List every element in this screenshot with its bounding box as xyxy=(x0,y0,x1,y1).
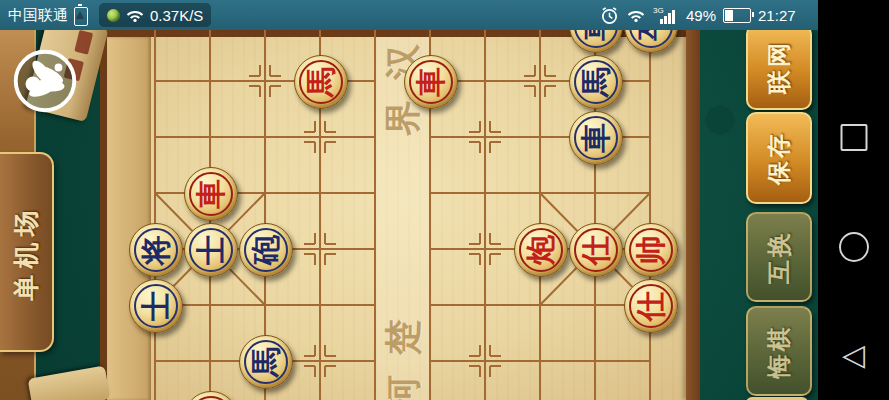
piece-red-general[interactable]: 帅 xyxy=(624,223,678,277)
net-speed-box: 0.37K/S xyxy=(99,3,211,27)
tab-single-player[interactable]: 单机场 xyxy=(0,152,54,352)
piece-black-horse[interactable]: 馬 xyxy=(569,55,623,109)
piece-red-horse[interactable]: 馬 xyxy=(184,391,238,400)
piece-glyph: 仕 xyxy=(570,224,622,276)
status-bar: 中国联通 0.37K/S 3G xyxy=(0,0,818,30)
piece-black-cannon[interactable]: 砲 xyxy=(239,223,293,277)
piece-red-chariot[interactable]: 車 xyxy=(184,167,238,221)
undo-move-button[interactable]: 悔棋 xyxy=(746,306,812,396)
piece-black-general[interactable]: 将 xyxy=(129,223,183,277)
piece-glyph: 馬 xyxy=(185,392,237,400)
app-screen: 汉 界 楚 河 車卒馬車馬車車将士砲炮仕帅士仕馬馬 单机场 联网 xyxy=(0,0,889,400)
piece-red-chariot[interactable]: 車 xyxy=(404,55,458,109)
online-button-label: 联网 xyxy=(763,40,795,94)
piece-black-soldier[interactable]: 卒 xyxy=(624,30,678,53)
swap-sides-button[interactable]: 互换 xyxy=(746,212,812,302)
piece-glyph: 車 xyxy=(570,112,622,164)
battery-icon xyxy=(723,8,751,23)
green-app-icon xyxy=(107,9,120,22)
online-button[interactable]: 联网 xyxy=(746,24,812,110)
piece-glyph: 士 xyxy=(185,224,237,276)
piece-glyph: 車 xyxy=(570,30,622,52)
clock-label: 21:27 xyxy=(758,7,796,24)
piece-black-advisor[interactable]: 士 xyxy=(184,223,238,277)
wifi-icon xyxy=(125,7,145,23)
piece-black-advisor[interactable]: 士 xyxy=(129,279,183,333)
piece-glyph: 車 xyxy=(405,56,457,108)
carrier-label: 中国联通 xyxy=(8,6,68,25)
piece-glyph: 仕 xyxy=(625,280,677,332)
piece-glyph: 砲 xyxy=(240,224,292,276)
piece-red-advisor[interactable]: 仕 xyxy=(569,223,623,277)
piece-glyph: 馬 xyxy=(240,336,292,388)
piece-black-chariot[interactable]: 車 xyxy=(569,111,623,165)
xiangqi-board[interactable]: 汉 界 楚 河 車卒馬車馬車車将士砲炮仕帅士仕馬馬 xyxy=(100,30,700,400)
battery-warning-icon xyxy=(74,7,88,26)
piece-glyph: 炮 xyxy=(515,224,567,276)
piece-glyph: 帅 xyxy=(625,224,677,276)
signal-bars-icon: 3G xyxy=(653,5,679,25)
android-nav-bar: ◁ xyxy=(818,0,889,400)
shuttlecock-logo xyxy=(12,48,78,114)
piece-glyph: 卒 xyxy=(625,30,677,52)
battery-percent-label: 49% xyxy=(686,7,716,24)
tab-single-player-label: 单机场 xyxy=(9,204,44,300)
recents-square-icon[interactable] xyxy=(840,124,867,151)
save-button[interactable]: 保存 xyxy=(746,112,812,204)
piece-glyph: 車 xyxy=(185,168,237,220)
piece-glyph: 馬 xyxy=(295,56,347,108)
piece-red-horse[interactable]: 馬 xyxy=(294,55,348,109)
piece-glyph: 将 xyxy=(130,224,182,276)
network-type-label: 3G xyxy=(653,6,664,15)
back-triangle-icon[interactable]: ◁ xyxy=(842,340,865,370)
alarm-icon xyxy=(600,6,619,25)
swap-sides-button-label: 互换 xyxy=(763,230,795,284)
river-char: 河 xyxy=(380,371,424,400)
river-char: 楚 xyxy=(380,315,424,359)
wifi-icon-right xyxy=(626,7,646,23)
undo-move-button-label: 悔棋 xyxy=(763,324,795,378)
save-button-label: 保存 xyxy=(763,131,795,185)
piece-black-horse[interactable]: 馬 xyxy=(239,335,293,389)
home-circle-icon[interactable] xyxy=(839,232,869,262)
piece-red-advisor[interactable]: 仕 xyxy=(624,279,678,333)
piece-black-chariot[interactable]: 車 xyxy=(569,30,623,53)
piece-glyph: 士 xyxy=(130,280,182,332)
data-speed-label: 0.37K/S xyxy=(150,7,203,24)
piece-glyph: 馬 xyxy=(570,56,622,108)
piece-red-cannon[interactable]: 炮 xyxy=(514,223,568,277)
